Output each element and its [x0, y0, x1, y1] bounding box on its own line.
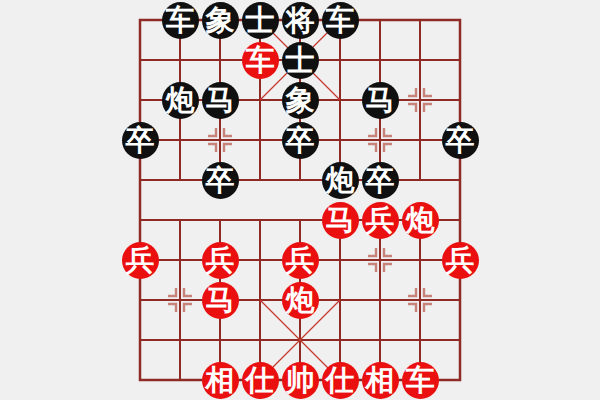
piece-red-soldier[interactable]: 兵	[442, 242, 479, 279]
piece-red-elephant[interactable]: 相	[202, 362, 239, 399]
piece-black-soldier[interactable]: 卒	[442, 122, 479, 159]
piece-black-chariot[interactable]: 车	[162, 2, 199, 39]
piece-red-soldier[interactable]: 兵	[362, 202, 399, 239]
piece-black-horse[interactable]: 马	[362, 82, 399, 119]
piece-red-horse[interactable]: 马	[202, 282, 239, 319]
piece-red-cannon[interactable]: 炮	[402, 202, 439, 239]
piece-black-soldier[interactable]: 卒	[202, 162, 239, 199]
piece-black-general[interactable]: 将	[282, 2, 319, 39]
piece-black-advisor[interactable]: 士	[282, 42, 319, 79]
piece-red-advisor[interactable]: 仕	[322, 362, 359, 399]
xiangqi-board: 车象士将车车士炮马象马卒卒卒卒炮卒马兵炮兵兵兵兵马炮相仕帅仕相车	[0, 0, 600, 400]
piece-red-general[interactable]: 帅	[282, 362, 319, 399]
piece-black-horse[interactable]: 马	[202, 82, 239, 119]
piece-black-cannon[interactable]: 炮	[322, 162, 359, 199]
piece-black-soldier[interactable]: 卒	[122, 122, 159, 159]
piece-red-horse[interactable]: 马	[322, 202, 359, 239]
piece-black-advisor[interactable]: 士	[242, 2, 279, 39]
piece-red-chariot[interactable]: 车	[242, 42, 279, 79]
piece-red-cannon[interactable]: 炮	[282, 282, 319, 319]
piece-black-elephant[interactable]: 象	[282, 82, 319, 119]
board-grid[interactable]: 车象士将车车士炮马象马卒卒卒卒炮卒马兵炮兵兵兵兵马炮相仕帅仕相车	[120, 0, 480, 400]
piece-black-elephant[interactable]: 象	[202, 2, 239, 39]
piece-red-elephant[interactable]: 相	[362, 362, 399, 399]
piece-red-advisor[interactable]: 仕	[242, 362, 279, 399]
piece-red-soldier[interactable]: 兵	[202, 242, 239, 279]
piece-red-chariot[interactable]: 车	[402, 362, 439, 399]
piece-red-soldier[interactable]: 兵	[282, 242, 319, 279]
piece-black-soldier[interactable]: 卒	[282, 122, 319, 159]
piece-black-soldier[interactable]: 卒	[362, 162, 399, 199]
piece-black-chariot[interactable]: 车	[322, 2, 359, 39]
piece-black-cannon[interactable]: 炮	[162, 82, 199, 119]
piece-red-soldier[interactable]: 兵	[122, 242, 159, 279]
